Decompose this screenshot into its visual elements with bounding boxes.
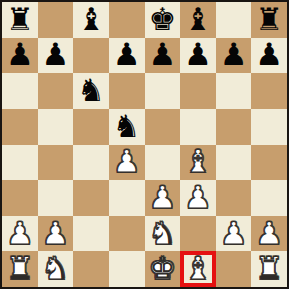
square-c5[interactable]	[73, 109, 109, 145]
square-d1[interactable]	[109, 251, 145, 287]
square-c2[interactable]	[73, 216, 109, 252]
square-a1[interactable]: ♜	[2, 251, 38, 287]
piece-black-rook[interactable]: ♜	[6, 2, 34, 37]
piece-white-pawn[interactable]: ♟	[6, 216, 34, 251]
square-b6[interactable]	[38, 73, 74, 109]
chess-board-container: ♜♝♚♝♜♟♟♟♟♟♟♟♞♞♟♝♟♟♟♟♞♟♟♜♞♚♝♜	[0, 0, 289, 289]
square-b5[interactable]	[38, 109, 74, 145]
square-a7[interactable]: ♟	[2, 38, 38, 74]
piece-white-pawn[interactable]: ♟	[220, 216, 248, 251]
square-g3[interactable]	[216, 180, 252, 216]
piece-black-pawn[interactable]: ♟	[184, 38, 212, 73]
square-e6[interactable]	[145, 73, 181, 109]
square-a5[interactable]	[2, 109, 38, 145]
square-d7[interactable]: ♟	[109, 38, 145, 74]
square-c7[interactable]	[73, 38, 109, 74]
square-b7[interactable]: ♟	[38, 38, 74, 74]
square-f7[interactable]: ♟	[180, 38, 216, 74]
square-f2[interactable]	[180, 216, 216, 252]
piece-white-pawn[interactable]: ♟	[113, 145, 141, 180]
square-e1[interactable]: ♚	[145, 251, 181, 287]
piece-black-pawn[interactable]: ♟	[6, 38, 34, 73]
piece-white-rook[interactable]: ♜	[6, 251, 34, 286]
piece-white-knight[interactable]: ♞	[42, 251, 70, 286]
piece-black-king[interactable]: ♚	[148, 2, 176, 37]
square-d6[interactable]	[109, 73, 145, 109]
piece-white-pawn[interactable]: ♟	[184, 180, 212, 215]
square-d8[interactable]	[109, 2, 145, 38]
square-f8[interactable]: ♝	[180, 2, 216, 38]
square-f4[interactable]: ♝	[180, 145, 216, 181]
piece-black-pawn[interactable]: ♟	[220, 38, 248, 73]
square-e7[interactable]: ♟	[145, 38, 181, 74]
square-h2[interactable]: ♟	[251, 216, 287, 252]
square-g8[interactable]	[216, 2, 252, 38]
square-c4[interactable]	[73, 145, 109, 181]
square-g6[interactable]	[216, 73, 252, 109]
square-h4[interactable]	[251, 145, 287, 181]
square-a6[interactable]	[2, 73, 38, 109]
piece-white-knight[interactable]: ♞	[148, 216, 176, 251]
piece-white-rook[interactable]: ♜	[255, 251, 283, 286]
square-b4[interactable]	[38, 145, 74, 181]
piece-black-knight[interactable]: ♞	[77, 73, 105, 108]
square-h5[interactable]	[251, 109, 287, 145]
square-g7[interactable]: ♟	[216, 38, 252, 74]
square-g1[interactable]	[216, 251, 252, 287]
square-c8[interactable]: ♝	[73, 2, 109, 38]
piece-white-pawn[interactable]: ♟	[42, 216, 70, 251]
square-g5[interactable]	[216, 109, 252, 145]
square-b8[interactable]	[38, 2, 74, 38]
square-e5[interactable]	[145, 109, 181, 145]
square-e2[interactable]: ♞	[145, 216, 181, 252]
square-b3[interactable]	[38, 180, 74, 216]
square-f3[interactable]: ♟	[180, 180, 216, 216]
square-h7[interactable]: ♟	[251, 38, 287, 74]
square-a3[interactable]	[2, 180, 38, 216]
square-g4[interactable]	[216, 145, 252, 181]
piece-white-king[interactable]: ♚	[148, 251, 176, 286]
square-f1[interactable]: ♝	[180, 251, 216, 287]
square-h8[interactable]: ♜	[251, 2, 287, 38]
square-b2[interactable]: ♟	[38, 216, 74, 252]
piece-white-pawn[interactable]: ♟	[255, 216, 283, 251]
square-e3[interactable]: ♟	[145, 180, 181, 216]
piece-black-rook[interactable]: ♜	[255, 2, 283, 37]
piece-black-bishop[interactable]: ♝	[184, 2, 212, 37]
square-a4[interactable]	[2, 145, 38, 181]
square-d2[interactable]	[109, 216, 145, 252]
piece-white-bishop[interactable]: ♝	[184, 251, 212, 286]
square-f6[interactable]	[180, 73, 216, 109]
piece-black-bishop[interactable]: ♝	[77, 2, 105, 37]
square-c6[interactable]: ♞	[73, 73, 109, 109]
square-a8[interactable]: ♜	[2, 2, 38, 38]
square-e4[interactable]	[145, 145, 181, 181]
chess-board: ♜♝♚♝♜♟♟♟♟♟♟♟♞♞♟♝♟♟♟♟♞♟♟♜♞♚♝♜	[0, 0, 289, 289]
square-h6[interactable]	[251, 73, 287, 109]
square-e8[interactable]: ♚	[145, 2, 181, 38]
square-a2[interactable]: ♟	[2, 216, 38, 252]
square-h3[interactable]	[251, 180, 287, 216]
square-h1[interactable]: ♜	[251, 251, 287, 287]
square-c3[interactable]	[73, 180, 109, 216]
square-c1[interactable]	[73, 251, 109, 287]
piece-white-pawn[interactable]: ♟	[148, 180, 176, 215]
square-g2[interactable]: ♟	[216, 216, 252, 252]
square-d3[interactable]	[109, 180, 145, 216]
square-f5[interactable]	[180, 109, 216, 145]
square-d4[interactable]: ♟	[109, 145, 145, 181]
piece-black-pawn[interactable]: ♟	[42, 38, 70, 73]
square-b1[interactable]: ♞	[38, 251, 74, 287]
piece-black-knight[interactable]: ♞	[113, 109, 141, 144]
piece-black-pawn[interactable]: ♟	[148, 38, 176, 73]
piece-white-bishop[interactable]: ♝	[184, 145, 212, 180]
piece-black-pawn[interactable]: ♟	[255, 38, 283, 73]
square-d5[interactable]: ♞	[109, 109, 145, 145]
piece-black-pawn[interactable]: ♟	[113, 38, 141, 73]
